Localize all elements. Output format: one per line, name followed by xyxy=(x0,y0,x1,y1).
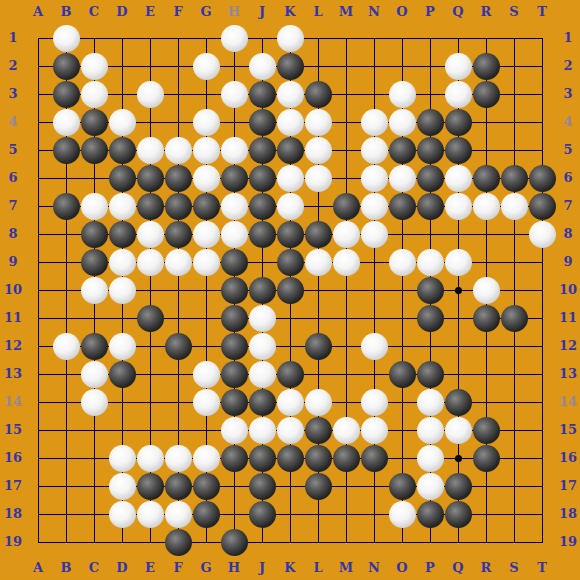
row-label-right-16: 16 xyxy=(554,450,580,466)
col-label-bottom-T: T xyxy=(528,560,556,576)
stone-black-G17[interactable] xyxy=(193,473,220,500)
stone-white-M8[interactable] xyxy=(333,221,360,248)
stone-white-H8[interactable] xyxy=(221,221,248,248)
row-label-right-5: 5 xyxy=(554,142,580,158)
col-label-bottom-F: F xyxy=(164,560,192,576)
stone-white-M9[interactable] xyxy=(333,249,360,276)
stone-white-O3[interactable] xyxy=(389,81,416,108)
col-label-bottom-R: R xyxy=(472,560,500,576)
stone-black-Q4[interactable] xyxy=(445,109,472,136)
col-label-bottom-E: E xyxy=(136,560,164,576)
row-label-left-7: 7 xyxy=(0,198,27,214)
stone-black-L3[interactable] xyxy=(305,81,332,108)
stone-black-F12[interactable] xyxy=(165,333,192,360)
stone-black-C12[interactable] xyxy=(81,333,108,360)
row-label-right-17: 17 xyxy=(554,478,580,494)
col-label-top-E: E xyxy=(136,4,164,20)
stone-white-D10[interactable] xyxy=(109,277,136,304)
row-label-right-9: 9 xyxy=(554,254,580,270)
stone-black-B7[interactable] xyxy=(53,193,80,220)
stone-white-C2[interactable] xyxy=(81,53,108,80)
stone-black-O5[interactable] xyxy=(389,137,416,164)
row-label-right-7: 7 xyxy=(554,198,580,214)
stone-white-F16[interactable] xyxy=(165,445,192,472)
stone-white-H15[interactable] xyxy=(221,417,248,444)
stone-black-J5[interactable] xyxy=(249,137,276,164)
stone-white-O4[interactable] xyxy=(389,109,416,136)
stone-white-G9[interactable] xyxy=(193,249,220,276)
stone-white-B12[interactable] xyxy=(53,333,80,360)
stone-black-E17[interactable] xyxy=(137,473,164,500)
stone-white-H1[interactable] xyxy=(221,25,248,52)
row-label-left-13: 13 xyxy=(0,366,27,382)
stone-white-N5[interactable] xyxy=(361,137,388,164)
col-label-top-G: G xyxy=(192,4,220,20)
stone-white-E18[interactable] xyxy=(137,501,164,528)
stone-white-D9[interactable] xyxy=(109,249,136,276)
stone-white-C13[interactable] xyxy=(81,361,108,388)
row-label-left-17: 17 xyxy=(0,478,27,494)
stone-white-N8[interactable] xyxy=(361,221,388,248)
stone-white-E5[interactable] xyxy=(137,137,164,164)
row-label-right-13: 13 xyxy=(554,366,580,382)
stone-black-H6[interactable] xyxy=(221,165,248,192)
stone-white-N4[interactable] xyxy=(361,109,388,136)
stone-white-K6[interactable] xyxy=(277,165,304,192)
stone-white-C14[interactable] xyxy=(81,389,108,416)
stone-white-D17[interactable] xyxy=(109,473,136,500)
stone-white-H5[interactable] xyxy=(221,137,248,164)
row-label-right-11: 11 xyxy=(554,310,580,326)
row-label-right-12: 12 xyxy=(554,338,580,354)
row-label-left-1: 1 xyxy=(0,30,27,46)
col-label-bottom-L: L xyxy=(304,560,332,576)
row-label-right-1: 1 xyxy=(554,30,580,46)
stone-white-G5[interactable] xyxy=(193,137,220,164)
stone-white-K15[interactable] xyxy=(277,417,304,444)
stone-white-C7[interactable] xyxy=(81,193,108,220)
stone-black-C9[interactable] xyxy=(81,249,108,276)
stone-black-L8[interactable] xyxy=(305,221,332,248)
stone-black-D13[interactable] xyxy=(109,361,136,388)
stone-black-P18[interactable] xyxy=(417,501,444,528)
stone-black-J14[interactable] xyxy=(249,389,276,416)
stone-black-H13[interactable] xyxy=(221,361,248,388)
stone-white-E8[interactable] xyxy=(137,221,164,248)
row-label-right-6: 6 xyxy=(554,170,580,186)
stone-black-P7[interactable] xyxy=(417,193,444,220)
stone-black-N16[interactable] xyxy=(361,445,388,472)
col-label-bottom-S: S xyxy=(500,560,528,576)
stone-black-K8[interactable] xyxy=(277,221,304,248)
stone-white-D16[interactable] xyxy=(109,445,136,472)
stone-black-H9[interactable] xyxy=(221,249,248,276)
stone-white-E3[interactable] xyxy=(137,81,164,108)
stone-black-C5[interactable] xyxy=(81,137,108,164)
stone-white-J13[interactable] xyxy=(249,361,276,388)
row-label-right-14: 14 xyxy=(554,394,580,410)
stone-white-J15[interactable] xyxy=(249,417,276,444)
stone-black-K16[interactable] xyxy=(277,445,304,472)
row-label-left-18: 18 xyxy=(0,506,27,522)
stone-black-T7[interactable] xyxy=(529,193,556,220)
col-label-top-J: J xyxy=(248,4,276,20)
stone-white-C3[interactable] xyxy=(81,81,108,108)
stone-black-T6[interactable] xyxy=(529,165,556,192)
stone-black-G7[interactable] xyxy=(193,193,220,220)
stone-black-M7[interactable] xyxy=(333,193,360,220)
col-label-bottom-C: C xyxy=(80,560,108,576)
stone-white-N6[interactable] xyxy=(361,165,388,192)
stone-white-P16[interactable] xyxy=(417,445,444,472)
stone-white-D12[interactable] xyxy=(109,333,136,360)
stone-white-O9[interactable] xyxy=(389,249,416,276)
stone-black-D5[interactable] xyxy=(109,137,136,164)
row-label-left-3: 3 xyxy=(0,86,27,102)
stone-black-J8[interactable] xyxy=(249,221,276,248)
col-label-bottom-K: K xyxy=(276,560,304,576)
stone-black-D6[interactable] xyxy=(109,165,136,192)
stone-white-K14[interactable] xyxy=(277,389,304,416)
col-label-top-L: L xyxy=(304,4,332,20)
row-label-right-15: 15 xyxy=(554,422,580,438)
stone-white-F18[interactable] xyxy=(165,501,192,528)
stone-black-P5[interactable] xyxy=(417,137,444,164)
stone-black-E7[interactable] xyxy=(137,193,164,220)
stone-black-B3[interactable] xyxy=(53,81,80,108)
stone-white-R10[interactable] xyxy=(473,277,500,304)
stone-white-Q7[interactable] xyxy=(445,193,472,220)
stone-white-G4[interactable] xyxy=(193,109,220,136)
stone-white-E16[interactable] xyxy=(137,445,164,472)
stone-white-Q15[interactable] xyxy=(445,417,472,444)
col-label-bottom-J: J xyxy=(248,560,276,576)
stone-white-O6[interactable] xyxy=(389,165,416,192)
stone-black-K10[interactable] xyxy=(277,277,304,304)
row-label-left-5: 5 xyxy=(0,142,27,158)
stone-white-P14[interactable] xyxy=(417,389,444,416)
row-label-right-3: 3 xyxy=(554,86,580,102)
stone-black-Q18[interactable] xyxy=(445,501,472,528)
stone-white-G2[interactable] xyxy=(193,53,220,80)
stone-black-B5[interactable] xyxy=(53,137,80,164)
stone-white-O18[interactable] xyxy=(389,501,416,528)
stone-black-H11[interactable] xyxy=(221,305,248,332)
stone-black-Q17[interactable] xyxy=(445,473,472,500)
stone-white-G6[interactable] xyxy=(193,165,220,192)
stone-black-O7[interactable] xyxy=(389,193,416,220)
stone-white-D4[interactable] xyxy=(109,109,136,136)
stone-black-F17[interactable] xyxy=(165,473,192,500)
col-label-top-D: D xyxy=(108,4,136,20)
stone-white-Q2[interactable] xyxy=(445,53,472,80)
row-label-right-10: 10 xyxy=(554,282,580,298)
col-label-bottom-O: O xyxy=(388,560,416,576)
stone-white-P15[interactable] xyxy=(417,417,444,444)
col-label-bottom-M: M xyxy=(332,560,360,576)
col-label-top-B: B xyxy=(52,4,80,20)
stone-white-N7[interactable] xyxy=(361,193,388,220)
stone-black-O13[interactable] xyxy=(389,361,416,388)
stone-white-K1[interactable] xyxy=(277,25,304,52)
stone-black-F19[interactable] xyxy=(165,529,192,556)
stone-white-B1[interactable] xyxy=(53,25,80,52)
stone-black-P13[interactable] xyxy=(417,361,444,388)
stone-white-P9[interactable] xyxy=(417,249,444,276)
stone-black-L12[interactable] xyxy=(305,333,332,360)
stone-white-G13[interactable] xyxy=(193,361,220,388)
stone-black-G18[interactable] xyxy=(193,501,220,528)
stone-white-L5[interactable] xyxy=(305,137,332,164)
stone-black-R6[interactable] xyxy=(473,165,500,192)
row-label-left-12: 12 xyxy=(0,338,27,354)
stone-black-L17[interactable] xyxy=(305,473,332,500)
row-label-left-8: 8 xyxy=(0,226,27,242)
row-label-left-2: 2 xyxy=(0,58,27,74)
stone-black-L16[interactable] xyxy=(305,445,332,472)
col-label-top-O: O xyxy=(388,4,416,20)
stone-black-M16[interactable] xyxy=(333,445,360,472)
stone-white-L14[interactable] xyxy=(305,389,332,416)
col-label-bottom-H: H xyxy=(220,560,248,576)
row-label-right-2: 2 xyxy=(554,58,580,74)
stone-white-E9[interactable] xyxy=(137,249,164,276)
stone-white-K4[interactable] xyxy=(277,109,304,136)
col-label-top-R: R xyxy=(472,4,500,20)
stone-black-H19[interactable] xyxy=(221,529,248,556)
col-label-top-A: A xyxy=(24,4,52,20)
stone-black-J16[interactable] xyxy=(249,445,276,472)
col-label-top-F: F xyxy=(164,4,192,20)
stone-white-N12[interactable] xyxy=(361,333,388,360)
stone-black-P10[interactable] xyxy=(417,277,444,304)
stone-white-L6[interactable] xyxy=(305,165,332,192)
stone-black-J7[interactable] xyxy=(249,193,276,220)
row-label-left-4: 4 xyxy=(0,114,27,130)
stone-white-Q3[interactable] xyxy=(445,81,472,108)
stone-black-R11[interactable] xyxy=(473,305,500,332)
stone-black-E6[interactable] xyxy=(137,165,164,192)
stone-black-J4[interactable] xyxy=(249,109,276,136)
stone-black-F7[interactable] xyxy=(165,193,192,220)
stone-white-S7[interactable] xyxy=(501,193,528,220)
stone-black-K5[interactable] xyxy=(277,137,304,164)
stone-black-R3[interactable] xyxy=(473,81,500,108)
col-label-top-M: M xyxy=(332,4,360,20)
stone-white-H3[interactable] xyxy=(221,81,248,108)
stone-black-K13[interactable] xyxy=(277,361,304,388)
col-label-top-S: S xyxy=(500,4,528,20)
row-label-left-14: 14 xyxy=(0,394,27,410)
row-label-left-19: 19 xyxy=(0,534,27,550)
stone-black-J6[interactable] xyxy=(249,165,276,192)
stone-black-H16[interactable] xyxy=(221,445,248,472)
col-label-top-Q: Q xyxy=(444,4,472,20)
stone-black-R2[interactable] xyxy=(473,53,500,80)
col-label-bottom-N: N xyxy=(360,560,388,576)
col-label-bottom-A: A xyxy=(24,560,52,576)
stone-white-G16[interactable] xyxy=(193,445,220,472)
stone-white-N15[interactable] xyxy=(361,417,388,444)
row-label-right-4: 4 xyxy=(554,114,580,130)
stone-black-R15[interactable] xyxy=(473,417,500,444)
stone-black-B2[interactable] xyxy=(53,53,80,80)
stone-black-O17[interactable] xyxy=(389,473,416,500)
row-label-left-10: 10 xyxy=(0,282,27,298)
stone-black-F6[interactable] xyxy=(165,165,192,192)
stone-white-R7[interactable] xyxy=(473,193,500,220)
stone-white-D7[interactable] xyxy=(109,193,136,220)
stone-black-P6[interactable] xyxy=(417,165,444,192)
stone-black-F8[interactable] xyxy=(165,221,192,248)
stone-white-N14[interactable] xyxy=(361,389,388,416)
stone-white-C10[interactable] xyxy=(81,277,108,304)
row-label-right-19: 19 xyxy=(554,534,580,550)
col-label-top-P: P xyxy=(416,4,444,20)
stone-black-J10[interactable] xyxy=(249,277,276,304)
row-label-left-9: 9 xyxy=(0,254,27,270)
stone-white-J12[interactable] xyxy=(249,333,276,360)
stone-black-S6[interactable] xyxy=(501,165,528,192)
col-label-bottom-B: B xyxy=(52,560,80,576)
stone-white-D18[interactable] xyxy=(109,501,136,528)
go-board[interactable]: ABCDEFGHJKLMNOPQRSTABCDEFGHJKLMNOPQRST12… xyxy=(0,0,580,580)
stone-black-H14[interactable] xyxy=(221,389,248,416)
stone-black-S11[interactable] xyxy=(501,305,528,332)
stone-white-K3[interactable] xyxy=(277,81,304,108)
stone-white-J11[interactable] xyxy=(249,305,276,332)
col-label-bottom-G: G xyxy=(192,560,220,576)
stone-black-Q5[interactable] xyxy=(445,137,472,164)
stone-white-L4[interactable] xyxy=(305,109,332,136)
stone-black-E11[interactable] xyxy=(137,305,164,332)
stone-white-Q6[interactable] xyxy=(445,165,472,192)
stone-black-C4[interactable] xyxy=(81,109,108,136)
row-label-left-15: 15 xyxy=(0,422,27,438)
stone-black-Q14[interactable] xyxy=(445,389,472,416)
stone-white-L9[interactable] xyxy=(305,249,332,276)
stone-white-M15[interactable] xyxy=(333,417,360,444)
stone-white-H7[interactable] xyxy=(221,193,248,220)
stone-black-K2[interactable] xyxy=(277,53,304,80)
row-label-right-18: 18 xyxy=(554,506,580,522)
stone-white-J2[interactable] xyxy=(249,53,276,80)
col-label-bottom-P: P xyxy=(416,560,444,576)
row-label-left-16: 16 xyxy=(0,450,27,466)
stone-black-R16[interactable] xyxy=(473,445,500,472)
stone-white-B4[interactable] xyxy=(53,109,80,136)
stone-white-G8[interactable] xyxy=(193,221,220,248)
row-label-left-11: 11 xyxy=(0,310,27,326)
stone-black-J18[interactable] xyxy=(249,501,276,528)
col-label-bottom-D: D xyxy=(108,560,136,576)
stone-black-J3[interactable] xyxy=(249,81,276,108)
stone-black-K9[interactable] xyxy=(277,249,304,276)
stone-white-F5[interactable] xyxy=(165,137,192,164)
stone-black-H12[interactable] xyxy=(221,333,248,360)
stone-black-P11[interactable] xyxy=(417,305,444,332)
col-label-bottom-Q: Q xyxy=(444,560,472,576)
stone-black-D8[interactable] xyxy=(109,221,136,248)
stone-white-F9[interactable] xyxy=(165,249,192,276)
stone-black-H10[interactable] xyxy=(221,277,248,304)
star-point-Q16 xyxy=(455,455,462,462)
stone-black-J17[interactable] xyxy=(249,473,276,500)
stone-black-P4[interactable] xyxy=(417,109,444,136)
stone-white-K7[interactable] xyxy=(277,193,304,220)
stone-white-T8[interactable] xyxy=(529,221,556,248)
star-point-Q10 xyxy=(455,287,462,294)
stone-white-Q9[interactable] xyxy=(445,249,472,276)
col-label-top-C: C xyxy=(80,4,108,20)
col-label-top-N: N xyxy=(360,4,388,20)
row-label-left-6: 6 xyxy=(0,170,27,186)
row-label-right-8: 8 xyxy=(554,226,580,242)
stone-white-G14[interactable] xyxy=(193,389,220,416)
stone-white-P17[interactable] xyxy=(417,473,444,500)
col-label-top-T: T xyxy=(528,4,556,20)
stone-black-L15[interactable] xyxy=(305,417,332,444)
stone-black-C8[interactable] xyxy=(81,221,108,248)
col-label-top-K: K xyxy=(276,4,304,20)
col-label-top-H: H xyxy=(220,4,248,20)
